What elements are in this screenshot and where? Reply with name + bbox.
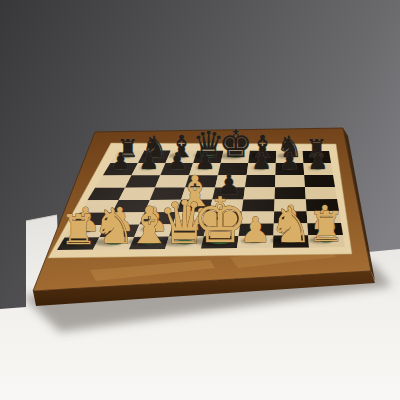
- white-knight-glyph: ♞: [269, 197, 313, 253]
- piece-black-pawn-g7[interactable]: ♟: [279, 148, 300, 174]
- piece-black-king-e8[interactable]: ♚: [219, 122, 253, 166]
- piece-white-pawn-f1[interactable]: ♟: [240, 210, 271, 250]
- white-rook-glyph: ♜: [308, 203, 345, 251]
- piece-black-pawn-f7[interactable]: ♟: [251, 148, 272, 174]
- black-pawn-glyph: ♟: [138, 148, 159, 174]
- piece-white-rook-h1[interactable]: ♜: [308, 203, 345, 251]
- chess-photo-scene: ♜♞♝♛♚♝♞♜♟♟♟♟♟♟♟♟♝♟♟♟♟♟♟♟♜♞♝♛♚♟♞♜: [0, 0, 400, 400]
- white-pawn-glyph: ♟: [240, 210, 271, 250]
- black-pawn-glyph: ♟: [279, 148, 300, 174]
- square-f6[interactable]: [245, 175, 275, 187]
- piece-black-pawn-a7[interactable]: ♟: [110, 148, 131, 174]
- chess-set-photo: ♜♞♝♛♚♝♞♜♟♟♟♟♟♟♟♟♝♟♟♟♟♟♟♟♜♞♝♛♚♟♞♜: [0, 0, 400, 400]
- piece-black-pawn-h7[interactable]: ♟: [308, 148, 329, 174]
- black-pawn-glyph: ♟: [110, 148, 131, 174]
- piece-white-knight-g1[interactable]: ♞: [269, 197, 313, 253]
- square-h6[interactable]: [304, 175, 335, 187]
- black-king-glyph: ♚: [219, 122, 253, 166]
- black-pawn-glyph: ♟: [308, 148, 329, 174]
- square-g6[interactable]: [275, 175, 305, 187]
- piece-black-pawn-b7[interactable]: ♟: [138, 148, 159, 174]
- black-pawn-glyph: ♟: [251, 148, 272, 174]
